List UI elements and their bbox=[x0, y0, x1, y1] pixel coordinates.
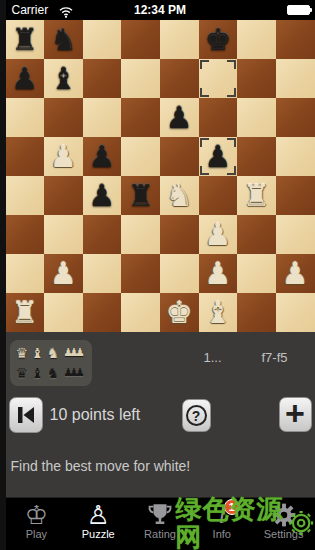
square-d4[interactable]: ♜ bbox=[121, 176, 160, 215]
piece-white-pawn: ♟ bbox=[50, 137, 77, 176]
piece-white-rook: ♜ bbox=[11, 293, 38, 332]
tab-settings[interactable]: Settings bbox=[253, 498, 315, 550]
square-e3[interactable] bbox=[160, 215, 199, 254]
square-c5[interactable]: ♟ bbox=[83, 137, 122, 176]
move-number[interactable]: 1... bbox=[204, 350, 222, 365]
tab-play[interactable]: ♔ Play bbox=[6, 498, 68, 550]
captured-black-pieces: ♛♝♞♟♟♟ bbox=[16, 363, 86, 383]
piece-black-bishop: ♝ bbox=[50, 59, 77, 98]
square-a8[interactable]: ♜ bbox=[6, 20, 45, 59]
add-button[interactable]: + bbox=[279, 397, 312, 432]
move-marker-corner bbox=[200, 166, 209, 175]
puzzle-instruction: Find the best move for white! bbox=[11, 458, 191, 474]
square-c2[interactable] bbox=[83, 254, 122, 293]
captured-bishop: ♝ bbox=[31, 364, 44, 382]
move-marker-corner bbox=[227, 60, 236, 69]
square-f2[interactable]: ♟ bbox=[199, 254, 238, 293]
square-c7[interactable] bbox=[83, 59, 122, 98]
square-c1[interactable] bbox=[83, 293, 122, 332]
square-e6[interactable]: ♟ bbox=[160, 98, 199, 137]
move-marker-corner bbox=[227, 88, 236, 97]
tab-puzzle-label: Puzzle bbox=[82, 528, 115, 540]
square-h6[interactable] bbox=[276, 98, 315, 137]
captured-bishop: ♝ bbox=[31, 344, 44, 362]
square-f3[interactable]: ♟ bbox=[199, 215, 238, 254]
square-h8[interactable] bbox=[276, 20, 315, 59]
square-b7[interactable]: ♝ bbox=[44, 59, 83, 98]
piece-white-pawn: ♟ bbox=[282, 254, 309, 293]
piece-black-pawn: ♟ bbox=[11, 59, 38, 98]
tab-info[interactable]: i 1 Info bbox=[191, 498, 253, 550]
captured-knight: ♞ bbox=[47, 364, 60, 382]
square-e8[interactable] bbox=[160, 20, 199, 59]
square-a1[interactable]: ♜ bbox=[6, 293, 45, 332]
info-panel: ♛♝♞♟♟♟ ♛♝♞♟♟♟ 1... f7-f5 10 points left … bbox=[6, 332, 315, 497]
tab-info-label: Info bbox=[213, 528, 231, 540]
square-b1[interactable] bbox=[44, 293, 83, 332]
move-marker-corner bbox=[227, 138, 236, 147]
captured-pieces-tray: ♛♝♞♟♟♟ ♛♝♞♟♟♟ bbox=[10, 340, 92, 386]
square-f7[interactable] bbox=[199, 59, 238, 98]
square-a3[interactable] bbox=[6, 215, 45, 254]
square-d3[interactable] bbox=[121, 215, 160, 254]
square-h1[interactable] bbox=[276, 293, 315, 332]
square-d6[interactable] bbox=[121, 98, 160, 137]
trophy-icon bbox=[147, 500, 173, 530]
square-e5[interactable] bbox=[160, 137, 199, 176]
clock: 12:34 PM bbox=[6, 3, 315, 17]
captured-pawns: ♟♟♟ bbox=[62, 344, 81, 362]
move-entry[interactable]: f7-f5 bbox=[262, 350, 288, 365]
square-f4[interactable] bbox=[199, 176, 238, 215]
square-e7[interactable] bbox=[160, 59, 199, 98]
square-f8[interactable]: ♚ bbox=[199, 20, 238, 59]
skip-to-start-button[interactable] bbox=[9, 397, 43, 433]
square-b6[interactable] bbox=[44, 98, 83, 137]
square-b3[interactable] bbox=[44, 215, 83, 254]
square-c8[interactable] bbox=[83, 20, 122, 59]
tab-rating[interactable]: Rating bbox=[129, 498, 191, 550]
captured-queen: ♛ bbox=[16, 344, 29, 362]
move-marker-corner bbox=[200, 88, 209, 97]
square-a6[interactable] bbox=[6, 98, 45, 137]
captured-white-pieces: ♛♝♞♟♟♟ bbox=[16, 343, 86, 363]
square-e4[interactable]: ♞ bbox=[160, 176, 199, 215]
square-h3[interactable] bbox=[276, 215, 315, 254]
square-f5[interactable]: ♟ bbox=[199, 137, 238, 176]
square-d2[interactable] bbox=[121, 254, 160, 293]
square-f6[interactable] bbox=[199, 98, 238, 137]
piece-black-pawn: ♟ bbox=[166, 98, 193, 137]
square-a2[interactable] bbox=[6, 254, 45, 293]
tab-rating-label: Rating bbox=[144, 528, 176, 540]
square-h4[interactable] bbox=[276, 176, 315, 215]
captured-pawns: ♟♟♟ bbox=[62, 364, 81, 382]
piece-white-knight: ♞ bbox=[166, 176, 193, 215]
piece-black-pawn: ♟ bbox=[89, 137, 116, 176]
notification-badge: 1 bbox=[224, 499, 240, 515]
captured-queen: ♛ bbox=[16, 364, 29, 382]
crown-icon: ♔ bbox=[25, 500, 48, 530]
square-d8[interactable] bbox=[121, 20, 160, 59]
square-h5[interactable] bbox=[276, 137, 315, 176]
square-c3[interactable] bbox=[83, 215, 122, 254]
square-b2[interactable]: ♟ bbox=[44, 254, 83, 293]
square-d7[interactable] bbox=[121, 59, 160, 98]
skip-to-start-icon bbox=[15, 405, 37, 425]
square-g7[interactable] bbox=[237, 59, 276, 98]
square-g4[interactable]: ♜ bbox=[237, 176, 276, 215]
status-bar: Carrier 12:34 PM bbox=[6, 0, 315, 20]
square-c4[interactable]: ♟ bbox=[83, 176, 122, 215]
tab-bar: ♔ Play ♙ Puzzle Rating i 1 Info bbox=[6, 497, 315, 550]
square-e2[interactable] bbox=[160, 254, 199, 293]
square-g5[interactable] bbox=[237, 137, 276, 176]
piece-black-knight: ♞ bbox=[50, 20, 77, 59]
square-d1[interactable] bbox=[121, 293, 160, 332]
plus-icon: + bbox=[285, 398, 305, 428]
move-marker-corner bbox=[227, 166, 236, 175]
square-a4[interactable] bbox=[6, 176, 45, 215]
tab-settings-label: Settings bbox=[264, 528, 304, 540]
captured-knight: ♞ bbox=[47, 344, 60, 362]
gear-icon bbox=[271, 500, 297, 530]
piece-black-pawn: ♟ bbox=[89, 176, 116, 215]
square-h7[interactable] bbox=[276, 59, 315, 98]
piece-white-pawn: ♟ bbox=[204, 215, 231, 254]
square-h2[interactable]: ♟ bbox=[276, 254, 315, 293]
move-marker-corner bbox=[200, 60, 209, 69]
piece-white-pawn: ♟ bbox=[204, 254, 231, 293]
square-g8[interactable] bbox=[237, 20, 276, 59]
piece-white-pawn: ♟ bbox=[50, 254, 77, 293]
move-marker-corner bbox=[200, 138, 209, 147]
piece-black-rook: ♜ bbox=[127, 176, 154, 215]
piece-white-bishop: ♝ bbox=[204, 293, 231, 332]
piece-white-rook: ♜ bbox=[243, 176, 270, 215]
square-g2[interactable] bbox=[237, 254, 276, 293]
tab-puzzle[interactable]: ♙ Puzzle bbox=[67, 498, 129, 550]
app-screen: Carrier 12:34 PM ♜♞♚♟♝♟♟♟♟♟♜♞♜♟♟♟♟♜♚♝ ♛♝… bbox=[6, 0, 315, 550]
piece-black-rook: ♜ bbox=[11, 20, 38, 59]
square-b4[interactable] bbox=[44, 176, 83, 215]
help-button[interactable]: ? bbox=[182, 399, 211, 432]
square-b5[interactable]: ♟ bbox=[44, 137, 83, 176]
pawn-icon: ♙ bbox=[87, 500, 110, 530]
battery-icon bbox=[287, 5, 310, 15]
square-f1[interactable]: ♝ bbox=[199, 293, 238, 332]
square-g1[interactable] bbox=[237, 293, 276, 332]
chess-board: ♜♞♚♟♝♟♟♟♟♟♜♞♜♟♟♟♟♜♚♝ bbox=[6, 20, 315, 332]
points-left-label: 10 points left bbox=[50, 406, 141, 424]
square-g6[interactable] bbox=[237, 98, 276, 137]
square-c6[interactable] bbox=[83, 98, 122, 137]
square-b8[interactable]: ♞ bbox=[44, 20, 83, 59]
square-d5[interactable] bbox=[121, 137, 160, 176]
piece-white-king: ♚ bbox=[166, 293, 193, 332]
tab-play-label: Play bbox=[26, 528, 47, 540]
square-a5[interactable] bbox=[6, 137, 45, 176]
question-mark-icon: ? bbox=[186, 405, 207, 426]
square-a7[interactable]: ♟ bbox=[6, 59, 45, 98]
square-g3[interactable] bbox=[237, 215, 276, 254]
piece-black-king: ♚ bbox=[204, 20, 231, 59]
square-e1[interactable]: ♚ bbox=[160, 293, 199, 332]
